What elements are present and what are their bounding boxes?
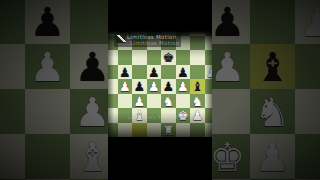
square-g1	[190, 123, 205, 138]
square-e1: ♜	[161, 123, 176, 138]
square-c3: ♟	[132, 94, 147, 109]
watermark-footer: Limitless Motion	[128, 114, 179, 120]
square-d1	[147, 123, 162, 138]
square-b3	[118, 94, 133, 109]
square-f3	[176, 94, 191, 109]
square-b6	[118, 50, 133, 65]
piece-white-pawn: ♟	[132, 94, 147, 109]
square-f4: ♟	[176, 79, 191, 94]
square-g4: ♝	[190, 79, 205, 94]
piece-white-pawn: ♟	[118, 79, 133, 94]
piece-black-pawn: ♟	[132, 79, 147, 94]
square-f1	[176, 123, 191, 138]
square-a4	[108, 79, 118, 94]
square-h2	[205, 108, 213, 123]
piece-white-knight: ♞	[161, 94, 176, 109]
square-g8	[190, 21, 205, 36]
square-h8	[205, 21, 213, 36]
piece-white-pawn: ♟	[205, 65, 213, 80]
square-a2	[108, 108, 118, 123]
square-d4: ♟	[147, 79, 162, 94]
square-g3: ♞	[190, 94, 205, 109]
square-h3	[205, 94, 213, 109]
square-g5	[190, 65, 205, 80]
piece-black-bishop: ♝	[190, 79, 205, 94]
square-h6	[205, 50, 213, 65]
piece-white-knight: ♞	[190, 94, 205, 109]
square-b5: ♟	[118, 65, 133, 80]
watermark-logo-icon	[116, 34, 125, 43]
piece-black-pawn: ♟	[161, 79, 176, 94]
watermark: Limitless Motion Limitless Motion	[114, 33, 181, 47]
square-c4: ♟	[132, 79, 147, 94]
square-b1	[118, 123, 133, 138]
square-h4	[205, 79, 213, 94]
square-c5	[132, 65, 147, 80]
piece-black-pawn: ♟	[118, 65, 133, 80]
watermark-line2: Limitless Motion	[130, 40, 179, 46]
square-h7	[205, 36, 213, 51]
piece-black-pawn: ♟	[147, 65, 162, 80]
square-b4: ♟	[118, 79, 133, 94]
square-a5	[108, 65, 118, 80]
square-a3	[108, 94, 118, 109]
square-g6	[190, 50, 205, 65]
video-frame[interactable]: ♚♟♟♟♟♟♟♟♟♟♝♟♞♞♝♚♟♜ Limitless Motion Limi…	[108, 0, 212, 180]
square-e6: ♚	[161, 50, 176, 65]
square-g2: ♟	[190, 108, 205, 123]
piece-white-pawn: ♟	[176, 79, 191, 94]
square-a1	[108, 123, 118, 138]
square-e5	[161, 65, 176, 80]
square-d5: ♟	[147, 65, 162, 80]
piece-white-pawn: ♟	[147, 79, 162, 94]
square-h1	[205, 123, 213, 138]
square-d6	[147, 50, 162, 65]
square-h5: ♟	[205, 65, 213, 80]
piece-black-king: ♚	[161, 50, 176, 65]
piece-white-rook: ♜	[161, 123, 176, 138]
piece-white-pawn: ♟	[190, 108, 205, 123]
piece-black-pawn: ♟	[176, 65, 191, 80]
square-g7	[190, 36, 205, 51]
square-d3	[147, 94, 162, 109]
square-f6	[176, 50, 191, 65]
square-e4: ♟	[161, 79, 176, 94]
video-short-frame: ♚♟♟♟♟♟♟♟♟♟♝♟♞♞♝♚♟♜ ♚♟♟♟♟♟♟♟♟♟♝♟♞♞♝♚♟♜ Li…	[0, 0, 320, 180]
square-f5: ♟	[176, 65, 191, 80]
square-c6	[132, 50, 147, 65]
square-e3: ♞	[161, 94, 176, 109]
square-c1	[132, 123, 147, 138]
square-a6	[108, 50, 118, 65]
